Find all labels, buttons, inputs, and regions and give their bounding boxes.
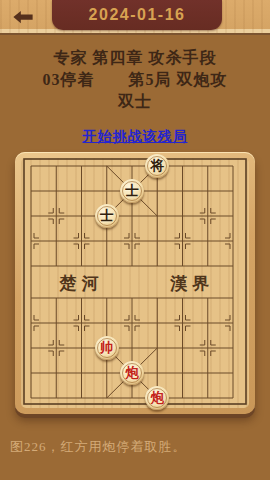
river-label-left: 楚河: [59, 274, 104, 293]
puzzle-title-line-1: 专家 第四章 攻杀手段: [0, 47, 270, 69]
piece-character: 士: [100, 209, 114, 223]
start-challenge-link[interactable]: 开始挑战该残局: [0, 128, 270, 146]
puzzle-title: 专家 第四章 攻杀手段 03停着 第5局 双炮攻 双士: [0, 47, 270, 113]
date-title-box: 2024-01-16: [52, 0, 222, 30]
piece-red-帅[interactable]: 帅: [95, 336, 119, 360]
piece-character: 士: [125, 184, 139, 198]
piece-character: 帅: [100, 341, 114, 355]
piece-character: 炮: [125, 366, 139, 380]
river-label-right: 漢界: [169, 274, 214, 293]
piece-black-士[interactable]: 士: [120, 179, 144, 203]
xiangqi-board: 楚河 漢界 将士士帅炮炮: [15, 152, 255, 414]
page-title: 2024-01-16: [89, 6, 186, 24]
piece-black-士[interactable]: 士: [95, 204, 119, 228]
puzzle-title-line-3: 双士: [0, 91, 270, 113]
piece-character: 将: [151, 159, 165, 173]
piece-character: 炮: [151, 391, 165, 405]
back-button[interactable]: [6, 6, 40, 27]
puzzle-title-line-2: 03停着 第5局 双炮攻: [0, 69, 270, 91]
back-arrow-icon: [12, 10, 34, 24]
piece-red-炮[interactable]: 炮: [120, 361, 144, 385]
caption-text: 图226，红方用炮停着取胜。: [10, 438, 266, 456]
header-bar: 2024-01-16: [0, 0, 270, 35]
